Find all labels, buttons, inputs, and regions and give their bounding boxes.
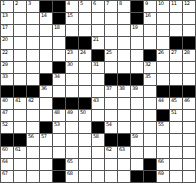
cell-r12-c5[interactable] bbox=[53, 134, 65, 145]
cell-r1-c12[interactable]: 9 bbox=[144, 1, 156, 12]
crossword-board: 1234567891011121314151617181920212223242… bbox=[0, 0, 196, 183]
cell-r9-c10[interactable] bbox=[118, 98, 130, 109]
cell-r11-c2[interactable] bbox=[14, 122, 26, 133]
cell-r12-c10 bbox=[118, 134, 130, 145]
cell-r5-c15[interactable]: 28 bbox=[183, 50, 195, 61]
cell-r15-c14[interactable] bbox=[170, 171, 182, 182]
cell-r7-c9 bbox=[105, 74, 117, 85]
cell-r3-c5[interactable]: 18 bbox=[53, 25, 65, 36]
cell-r2-c7[interactable] bbox=[79, 13, 91, 24]
cell-r5-c14[interactable]: 27 bbox=[170, 50, 182, 61]
cell-r14-c11[interactable] bbox=[131, 159, 143, 170]
cell-r12-c2 bbox=[14, 134, 26, 145]
cell-r10-c1[interactable]: 47 bbox=[1, 110, 13, 121]
cell-r5-c8 bbox=[92, 50, 104, 61]
cell-r6-c4[interactable] bbox=[40, 62, 52, 73]
cell-r5-c2[interactable] bbox=[14, 50, 26, 61]
cell-r4-c14 bbox=[170, 37, 182, 48]
cell-r15-c1[interactable]: 67 bbox=[1, 171, 13, 182]
clue-number: 51 bbox=[171, 110, 176, 115]
cell-r2-c4[interactable]: 14 bbox=[40, 13, 52, 24]
cell-r8-c15 bbox=[183, 86, 195, 97]
cell-r1-c13[interactable]: 10 bbox=[157, 1, 169, 12]
cell-r4-c1[interactable]: 20 bbox=[1, 37, 13, 48]
cell-r10-c12[interactable] bbox=[144, 110, 156, 121]
cell-r14-c12 bbox=[144, 159, 156, 170]
cell-r8-c13 bbox=[157, 86, 169, 97]
cell-r12-c1 bbox=[1, 134, 13, 145]
clue-number: 1 bbox=[2, 1, 5, 6]
cell-r5-c5[interactable] bbox=[53, 50, 65, 61]
cell-r5-c12 bbox=[144, 50, 156, 61]
cell-r5-c9[interactable]: 25 bbox=[105, 50, 117, 61]
cell-r3-c4[interactable] bbox=[40, 25, 52, 36]
cell-r11-c11[interactable] bbox=[131, 122, 143, 133]
clue-number: 22 bbox=[2, 50, 7, 55]
cell-r9-c11[interactable] bbox=[131, 98, 143, 109]
cell-r14-c3[interactable] bbox=[27, 159, 39, 170]
cell-r2-c9[interactable] bbox=[105, 13, 117, 24]
cell-r10-c6[interactable]: 49 bbox=[66, 110, 78, 121]
clue-number: 5 bbox=[80, 1, 83, 6]
cell-r3-c14[interactable] bbox=[170, 25, 182, 36]
clue-number: 24 bbox=[80, 50, 85, 55]
cell-r15-c2[interactable] bbox=[14, 171, 26, 182]
clue-number: 40 bbox=[2, 98, 7, 103]
cell-r15-c5 bbox=[53, 171, 65, 182]
cell-r9-c12[interactable] bbox=[144, 98, 156, 109]
clue-number: 61 bbox=[15, 147, 20, 152]
cell-r10-c11[interactable] bbox=[131, 110, 143, 121]
clue-number: 30 bbox=[67, 62, 72, 67]
cell-r8-c12[interactable] bbox=[144, 86, 156, 97]
cell-r4-c9[interactable] bbox=[105, 37, 117, 48]
cell-r4-c6 bbox=[66, 37, 78, 48]
clue-number: 65 bbox=[67, 159, 72, 164]
cell-r5-c11[interactable] bbox=[131, 50, 143, 61]
cell-r8-c9[interactable]: 37 bbox=[105, 86, 117, 97]
clue-number: 66 bbox=[158, 159, 163, 164]
clue-number: 29 bbox=[2, 62, 7, 67]
clue-number: 57 bbox=[41, 134, 46, 139]
cell-r1-c6[interactable]: 4 bbox=[66, 1, 78, 12]
cell-r11-c4 bbox=[40, 122, 52, 133]
cell-r6-c11[interactable] bbox=[131, 62, 143, 73]
clue-number: 37 bbox=[106, 86, 111, 91]
cell-r8-c1 bbox=[1, 86, 13, 97]
cell-r10-c5[interactable]: 48 bbox=[53, 110, 65, 121]
cell-r8-c10[interactable]: 38 bbox=[118, 86, 130, 97]
cell-r7-c15[interactable] bbox=[183, 74, 195, 85]
cell-r15-c13[interactable]: 69 bbox=[157, 171, 169, 182]
cell-r5-c10[interactable] bbox=[118, 50, 130, 61]
cell-r4-c8[interactable]: 21 bbox=[92, 37, 104, 48]
cell-r7-c3[interactable] bbox=[27, 74, 39, 85]
cell-r1-c14[interactable]: 11 bbox=[170, 1, 182, 12]
clue-number: 25 bbox=[106, 50, 111, 55]
cell-r4-c15 bbox=[183, 37, 195, 48]
cell-r13-c15[interactable] bbox=[183, 147, 195, 158]
cell-r9-c7 bbox=[79, 98, 91, 109]
clue-number: 14 bbox=[41, 13, 46, 18]
clue-number: 41 bbox=[15, 98, 20, 103]
cell-r3-c1[interactable]: 17 bbox=[1, 25, 13, 36]
cell-r9-c5 bbox=[53, 98, 65, 109]
cell-r15-c15[interactable] bbox=[183, 171, 195, 182]
cell-r1-c10[interactable]: 8 bbox=[118, 1, 130, 12]
cell-r11-c13[interactable]: 55 bbox=[157, 122, 169, 133]
cell-r1-c8[interactable]: 6 bbox=[92, 1, 104, 12]
clue-number: 47 bbox=[2, 110, 7, 115]
cell-r6-c8[interactable]: 31 bbox=[92, 62, 104, 73]
cell-r15-c3[interactable] bbox=[27, 171, 39, 182]
cell-r6-c7[interactable] bbox=[79, 62, 91, 73]
cell-r13-c4[interactable] bbox=[40, 147, 52, 158]
cell-r12-c13[interactable] bbox=[157, 134, 169, 145]
cell-r6-c14[interactable] bbox=[170, 62, 182, 73]
cell-r12-c12[interactable] bbox=[144, 134, 156, 145]
cell-r2-c10[interactable] bbox=[118, 13, 130, 24]
cell-r14-c9[interactable] bbox=[105, 159, 117, 170]
cell-r5-c13[interactable]: 26 bbox=[157, 50, 169, 61]
cell-r11-c9[interactable]: 54 bbox=[105, 122, 117, 133]
clue-number: 45 bbox=[171, 98, 176, 103]
clue-number: 31 bbox=[93, 62, 98, 67]
clue-number: 54 bbox=[106, 122, 111, 127]
cell-r11-c10[interactable] bbox=[118, 122, 130, 133]
cell-r11-c3[interactable] bbox=[27, 122, 39, 133]
cell-r4-c2[interactable] bbox=[14, 37, 26, 48]
clue-number: 39 bbox=[132, 86, 137, 91]
cell-r14-c4[interactable] bbox=[40, 159, 52, 170]
cell-r12-c15[interactable] bbox=[183, 134, 195, 145]
cell-r13-c12[interactable] bbox=[144, 147, 156, 158]
cell-r11-c6[interactable] bbox=[66, 122, 78, 133]
cell-r15-c7[interactable] bbox=[79, 171, 91, 182]
cell-r8-c8[interactable] bbox=[92, 86, 104, 97]
cell-r14-c6[interactable]: 65 bbox=[66, 159, 78, 170]
cell-r6-c10[interactable] bbox=[118, 62, 130, 73]
cell-r10-c2[interactable] bbox=[14, 110, 26, 121]
cell-r7-c13[interactable] bbox=[157, 74, 169, 85]
clue-number: 34 bbox=[54, 74, 59, 79]
cell-r2-c5 bbox=[53, 13, 65, 24]
cell-r13-c8[interactable] bbox=[92, 147, 104, 158]
clue-number: 38 bbox=[119, 86, 124, 91]
clue-number: 55 bbox=[158, 122, 163, 127]
cell-r9-c4[interactable] bbox=[40, 98, 52, 109]
cell-r12-c3[interactable]: 56 bbox=[27, 134, 39, 145]
cell-r14-c8[interactable] bbox=[92, 159, 104, 170]
cell-r13-c5[interactable] bbox=[53, 147, 65, 158]
cell-r7-c5[interactable]: 34 bbox=[53, 74, 65, 85]
cell-r14-c13[interactable]: 66 bbox=[157, 159, 169, 170]
cell-r6-c9[interactable] bbox=[105, 62, 117, 73]
cell-r10-c4[interactable] bbox=[40, 110, 52, 121]
cell-r14-c14[interactable] bbox=[170, 159, 182, 170]
cell-r4-c11[interactable] bbox=[131, 37, 143, 48]
cell-r12-c7[interactable] bbox=[79, 134, 91, 145]
cell-r4-c13[interactable] bbox=[157, 37, 169, 48]
clue-number: 15 bbox=[67, 13, 72, 18]
cell-r1-c11 bbox=[131, 1, 143, 12]
cell-r1-c5 bbox=[53, 1, 65, 12]
cell-r15-c6[interactable]: 68 bbox=[66, 171, 78, 182]
cell-r15-c4[interactable] bbox=[40, 171, 52, 182]
cell-r14-c7[interactable] bbox=[79, 159, 91, 170]
cell-r13-c7[interactable] bbox=[79, 147, 91, 158]
cell-r8-c6[interactable] bbox=[66, 86, 78, 97]
cell-r9-c15[interactable]: 46 bbox=[183, 98, 195, 109]
cell-r1-c3[interactable]: 3 bbox=[27, 1, 39, 12]
cell-r4-c10[interactable] bbox=[118, 37, 130, 48]
cell-r10-c14[interactable]: 51 bbox=[170, 110, 182, 121]
cell-r12-c14[interactable] bbox=[170, 134, 182, 145]
cell-r7-c12[interactable]: 35 bbox=[144, 74, 156, 85]
cell-r7-c14[interactable] bbox=[170, 74, 182, 85]
clue-number: 8 bbox=[119, 1, 122, 6]
clue-number: 11 bbox=[171, 1, 176, 6]
cell-r13-c9[interactable]: 62 bbox=[105, 147, 117, 158]
cell-r7-c6[interactable] bbox=[66, 74, 78, 85]
cell-r12-c4[interactable]: 57 bbox=[40, 134, 52, 145]
clue-number: 26 bbox=[158, 50, 163, 55]
cell-r6-c3[interactable] bbox=[27, 62, 39, 73]
cell-r3-c7[interactable] bbox=[79, 25, 91, 36]
cell-r4-c12[interactable] bbox=[144, 37, 156, 48]
cell-r9-c3[interactable]: 42 bbox=[27, 98, 39, 109]
cell-r8-c3 bbox=[27, 86, 39, 97]
cell-r6-c5 bbox=[53, 62, 65, 73]
cell-r2-c11 bbox=[131, 13, 143, 24]
cell-r2-c14[interactable] bbox=[170, 13, 182, 24]
cell-r13-c3[interactable] bbox=[27, 147, 39, 158]
clue-number: 20 bbox=[2, 37, 7, 42]
cell-r5-c4[interactable] bbox=[40, 50, 52, 61]
clue-number: 53 bbox=[54, 122, 59, 127]
clue-number: 6 bbox=[93, 1, 96, 6]
cell-r10-c7[interactable]: 50 bbox=[79, 110, 91, 121]
cell-r12-c6[interactable] bbox=[66, 134, 78, 145]
cell-r6-c2[interactable] bbox=[14, 62, 26, 73]
cell-r11-c15[interactable] bbox=[183, 122, 195, 133]
cell-r6-c1[interactable]: 29 bbox=[1, 62, 13, 73]
cell-r9-c6 bbox=[66, 98, 78, 109]
cell-r11-c1[interactable]: 52 bbox=[1, 122, 13, 133]
cell-r14-c1[interactable]: 64 bbox=[1, 159, 13, 170]
cell-r1-c4 bbox=[40, 1, 52, 12]
cell-r11-c8 bbox=[92, 122, 104, 133]
cell-r14-c5 bbox=[53, 159, 65, 170]
cell-r2-c15[interactable] bbox=[183, 13, 195, 24]
cell-r5-c3[interactable] bbox=[27, 50, 39, 61]
cell-r2-c3[interactable] bbox=[27, 13, 39, 24]
cell-r13-c11[interactable] bbox=[131, 147, 143, 158]
cell-r3-c9[interactable] bbox=[105, 25, 117, 36]
cell-r6-c13[interactable] bbox=[157, 62, 169, 73]
cell-r10-c15[interactable] bbox=[183, 110, 195, 121]
clue-number: 64 bbox=[2, 159, 7, 164]
clue-number: 18 bbox=[54, 25, 59, 30]
cell-r5-c7[interactable]: 24 bbox=[79, 50, 91, 61]
clue-number: 56 bbox=[28, 134, 33, 139]
cell-r12-c9 bbox=[105, 134, 117, 145]
clue-number: 44 bbox=[158, 98, 163, 103]
cell-r3-c2[interactable] bbox=[14, 25, 26, 36]
cell-r13-c6[interactable] bbox=[66, 147, 78, 158]
cell-r3-c15[interactable] bbox=[183, 25, 195, 36]
cell-r6-c15[interactable] bbox=[183, 62, 195, 73]
cell-r13-c2[interactable]: 61 bbox=[14, 147, 26, 158]
cell-r13-c14[interactable] bbox=[170, 147, 182, 158]
cell-r7-c4 bbox=[40, 74, 52, 85]
cell-r10-c8[interactable] bbox=[92, 110, 104, 121]
cell-r14-c2[interactable] bbox=[14, 159, 26, 170]
clue-number: 13 bbox=[2, 13, 7, 18]
clue-number: 68 bbox=[67, 171, 72, 176]
cell-r7-c7[interactable] bbox=[79, 74, 91, 85]
cell-r1-c9[interactable]: 7 bbox=[105, 1, 117, 12]
cell-r12-c11[interactable]: 59 bbox=[131, 134, 143, 145]
cell-r11-c5[interactable]: 53 bbox=[53, 122, 65, 133]
cell-r15-c10[interactable] bbox=[118, 171, 130, 182]
cell-r4-c7 bbox=[79, 37, 91, 48]
clue-number: 16 bbox=[145, 13, 150, 18]
cell-r8-c4[interactable]: 36 bbox=[40, 86, 52, 97]
cell-r9-c9[interactable] bbox=[105, 98, 117, 109]
cell-r12-c8[interactable]: 58 bbox=[92, 134, 104, 145]
clue-number: 19 bbox=[132, 25, 137, 30]
cell-r3-c13[interactable] bbox=[157, 25, 169, 36]
clue-number: 23 bbox=[67, 50, 72, 55]
cell-r8-c14 bbox=[170, 86, 182, 97]
clue-number: 43 bbox=[93, 98, 98, 103]
clue-number: 12 bbox=[184, 1, 189, 6]
clue-number: 67 bbox=[2, 171, 7, 176]
cell-r2-c12[interactable]: 16 bbox=[144, 13, 156, 24]
cell-r13-c13[interactable] bbox=[157, 147, 169, 158]
clue-number: 2 bbox=[15, 1, 18, 6]
clue-number: 59 bbox=[132, 134, 137, 139]
cell-r2-c8[interactable] bbox=[92, 13, 104, 24]
clue-number: 69 bbox=[158, 171, 163, 176]
clue-number: 33 bbox=[2, 74, 7, 79]
cell-r11-c7[interactable] bbox=[79, 122, 91, 133]
clue-number: 9 bbox=[145, 1, 148, 6]
cell-r8-c2 bbox=[14, 86, 26, 97]
cell-r10-c10[interactable] bbox=[118, 110, 130, 121]
cell-r3-c12[interactable] bbox=[144, 25, 156, 36]
cell-r4-c4[interactable] bbox=[40, 37, 52, 48]
cell-r2-c6[interactable]: 15 bbox=[66, 13, 78, 24]
cell-r9-c14[interactable]: 45 bbox=[170, 98, 182, 109]
cell-r3-c8[interactable] bbox=[92, 25, 104, 36]
cell-r14-c10[interactable] bbox=[118, 159, 130, 170]
cell-r2-c13[interactable] bbox=[157, 13, 169, 24]
cell-r14-c15[interactable] bbox=[183, 159, 195, 170]
cell-r2-c2[interactable] bbox=[14, 13, 26, 24]
cell-r10-c9[interactable] bbox=[105, 110, 117, 121]
cell-r10-c3[interactable] bbox=[27, 110, 39, 121]
clue-number: 21 bbox=[93, 37, 98, 42]
clue-number: 35 bbox=[145, 74, 150, 79]
cell-r5-c6[interactable]: 23 bbox=[66, 50, 78, 61]
clue-number: 42 bbox=[28, 98, 33, 103]
clue-number: 28 bbox=[184, 50, 189, 55]
cell-r8-c5[interactable] bbox=[53, 86, 65, 97]
cell-r13-c1[interactable]: 60 bbox=[1, 147, 13, 158]
cell-r3-c6[interactable] bbox=[66, 25, 78, 36]
cell-r7-c2[interactable] bbox=[14, 74, 26, 85]
clue-number: 27 bbox=[171, 50, 176, 55]
cell-r3-c11[interactable]: 19 bbox=[131, 25, 143, 36]
cell-r6-c6[interactable]: 30 bbox=[66, 62, 78, 73]
cell-r8-c11[interactable]: 39 bbox=[131, 86, 143, 97]
clue-number: 62 bbox=[106, 147, 111, 152]
clue-number: 46 bbox=[184, 98, 189, 103]
cell-r9-c13[interactable]: 44 bbox=[157, 98, 169, 109]
cell-r4-c5[interactable] bbox=[53, 37, 65, 48]
clue-number: 63 bbox=[119, 147, 124, 152]
cell-r11-c14[interactable] bbox=[170, 122, 182, 133]
cell-r7-c1[interactable]: 33 bbox=[1, 74, 13, 85]
cell-r7-c8[interactable] bbox=[92, 74, 104, 85]
clue-number: 52 bbox=[2, 122, 7, 127]
cell-r1-c15[interactable]: 12 bbox=[183, 1, 195, 12]
clue-number: 50 bbox=[80, 110, 85, 115]
clue-number: 3 bbox=[28, 1, 31, 6]
cell-r9-c1[interactable]: 40 bbox=[1, 98, 13, 109]
cell-r1-c1[interactable]: 1 bbox=[1, 1, 13, 12]
cell-r1-c2[interactable]: 2 bbox=[14, 1, 26, 12]
cell-r4-c3[interactable] bbox=[27, 37, 39, 48]
clue-number: 60 bbox=[2, 147, 7, 152]
cell-r9-c2[interactable]: 41 bbox=[14, 98, 26, 109]
cell-r3-c3[interactable] bbox=[27, 25, 39, 36]
cell-r11-c12[interactable] bbox=[144, 122, 156, 133]
cell-r15-c8[interactable] bbox=[92, 171, 104, 182]
clue-number: 32 bbox=[145, 62, 150, 67]
clue-number: 7 bbox=[106, 1, 109, 6]
cell-r1-c7[interactable]: 5 bbox=[79, 1, 91, 12]
clue-number: 49 bbox=[67, 110, 72, 115]
clue-number: 10 bbox=[158, 1, 163, 6]
cell-r15-c9[interactable] bbox=[105, 171, 117, 182]
cell-r13-c10[interactable]: 63 bbox=[118, 147, 130, 158]
cell-r10-c13 bbox=[157, 110, 169, 121]
cell-r5-c1[interactable]: 22 bbox=[1, 50, 13, 61]
cell-r7-c10 bbox=[118, 74, 130, 85]
clue-number: 36 bbox=[41, 86, 46, 91]
cell-r7-c11 bbox=[131, 74, 143, 85]
cell-r3-c10[interactable] bbox=[118, 25, 130, 36]
cell-r8-c7[interactable] bbox=[79, 86, 91, 97]
cell-r15-c11 bbox=[131, 171, 143, 182]
cell-r15-c12 bbox=[144, 171, 156, 182]
clue-number: 48 bbox=[54, 110, 59, 115]
cell-r6-c12[interactable]: 32 bbox=[144, 62, 156, 73]
clue-number: 4 bbox=[67, 1, 70, 6]
cell-r9-c8[interactable]: 43 bbox=[92, 98, 104, 109]
cell-r2-c1[interactable]: 13 bbox=[1, 13, 13, 24]
clue-number: 17 bbox=[2, 25, 7, 30]
clue-number: 58 bbox=[93, 134, 98, 139]
